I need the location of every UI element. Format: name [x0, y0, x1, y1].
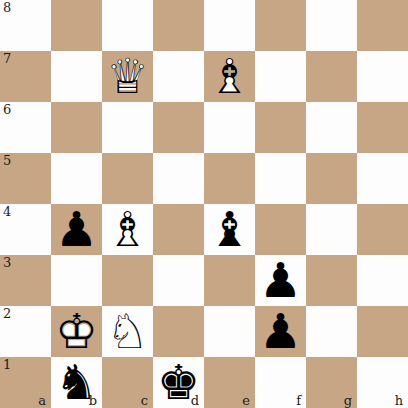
square-g3[interactable]	[306, 255, 357, 306]
square-c6[interactable]	[102, 102, 153, 153]
file-label-c: c	[141, 393, 148, 408]
square-b8[interactable]	[51, 0, 102, 51]
square-b6[interactable]	[51, 102, 102, 153]
square-a5[interactable]: 5	[0, 153, 51, 204]
chess-board: 87♛♕♝♗654♟♝♗♝3♟2♚♔♞♘♟1a♞bc♚defgh	[0, 0, 408, 408]
square-d8[interactable]	[153, 0, 204, 51]
rank-label-3: 3	[3, 255, 11, 270]
file-label-d: d	[191, 393, 199, 408]
square-d3[interactable]	[153, 255, 204, 306]
black-pawn-f3[interactable]: ♟	[255, 255, 306, 306]
square-g4[interactable]	[306, 204, 357, 255]
square-d4[interactable]	[153, 204, 204, 255]
square-a8[interactable]: 8	[0, 0, 51, 51]
square-h8[interactable]	[357, 0, 408, 51]
white-queen-glyph: ♕	[102, 51, 153, 102]
square-e2[interactable]	[204, 306, 255, 357]
square-e7[interactable]: ♝♗	[204, 51, 255, 102]
white-knight-c2[interactable]: ♞♘	[102, 306, 153, 357]
square-a2[interactable]: 2	[0, 306, 51, 357]
square-h1[interactable]: h	[357, 357, 408, 408]
square-g7[interactable]	[306, 51, 357, 102]
black-pawn-glyph: ♟	[51, 204, 102, 255]
rank-label-1: 1	[3, 357, 11, 372]
square-b3[interactable]	[51, 255, 102, 306]
file-label-h: h	[395, 393, 403, 408]
square-e3[interactable]	[204, 255, 255, 306]
black-pawn-b4[interactable]: ♟	[51, 204, 102, 255]
square-b4[interactable]: ♟	[51, 204, 102, 255]
square-a4[interactable]: 4	[0, 204, 51, 255]
square-b5[interactable]	[51, 153, 102, 204]
square-a3[interactable]: 3	[0, 255, 51, 306]
black-pawn-glyph: ♟	[255, 255, 306, 306]
square-g8[interactable]	[306, 0, 357, 51]
square-f2[interactable]: ♟	[255, 306, 306, 357]
black-pawn-f2[interactable]: ♟	[255, 306, 306, 357]
square-d1[interactable]: ♚d	[153, 357, 204, 408]
black-bishop-e4[interactable]: ♝	[204, 204, 255, 255]
square-e6[interactable]	[204, 102, 255, 153]
square-d2[interactable]	[153, 306, 204, 357]
square-f4[interactable]	[255, 204, 306, 255]
square-b2[interactable]: ♚♔	[51, 306, 102, 357]
square-g5[interactable]	[306, 153, 357, 204]
square-h4[interactable]	[357, 204, 408, 255]
rank-label-7: 7	[3, 51, 11, 66]
square-h2[interactable]	[357, 306, 408, 357]
rank-label-6: 6	[3, 102, 11, 117]
square-f7[interactable]	[255, 51, 306, 102]
square-e8[interactable]	[204, 0, 255, 51]
black-bishop-glyph: ♝	[204, 204, 255, 255]
black-pawn-glyph: ♟	[255, 306, 306, 357]
square-f1[interactable]: f	[255, 357, 306, 408]
square-c4[interactable]: ♝♗	[102, 204, 153, 255]
file-label-e: e	[242, 393, 250, 408]
square-c8[interactable]	[102, 0, 153, 51]
rank-label-2: 2	[3, 306, 11, 321]
square-h7[interactable]	[357, 51, 408, 102]
square-a6[interactable]: 6	[0, 102, 51, 153]
square-h5[interactable]	[357, 153, 408, 204]
square-a1[interactable]: 1a	[0, 357, 51, 408]
file-label-a: a	[38, 393, 46, 408]
white-king-b2[interactable]: ♚♔	[51, 306, 102, 357]
white-queen-c7[interactable]: ♛♕	[102, 51, 153, 102]
square-e4[interactable]: ♝	[204, 204, 255, 255]
square-f8[interactable]	[255, 0, 306, 51]
file-label-b: b	[89, 393, 97, 408]
rank-label-5: 5	[3, 153, 11, 168]
square-f3[interactable]: ♟	[255, 255, 306, 306]
square-c1[interactable]: c	[102, 357, 153, 408]
white-bishop-c4[interactable]: ♝♗	[102, 204, 153, 255]
square-e1[interactable]: e	[204, 357, 255, 408]
square-c5[interactable]	[102, 153, 153, 204]
square-h6[interactable]	[357, 102, 408, 153]
white-king-glyph: ♔	[51, 306, 102, 357]
square-b1[interactable]: ♞b	[51, 357, 102, 408]
white-bishop-e7[interactable]: ♝♗	[204, 51, 255, 102]
square-a7[interactable]: 7	[0, 51, 51, 102]
rank-label-4: 4	[3, 204, 11, 219]
rank-label-8: 8	[3, 0, 11, 15]
square-d5[interactable]	[153, 153, 204, 204]
square-c3[interactable]	[102, 255, 153, 306]
file-label-f: f	[296, 393, 301, 408]
square-b7[interactable]	[51, 51, 102, 102]
square-h3[interactable]	[357, 255, 408, 306]
square-f6[interactable]	[255, 102, 306, 153]
square-g2[interactable]	[306, 306, 357, 357]
square-d6[interactable]	[153, 102, 204, 153]
square-c2[interactable]: ♞♘	[102, 306, 153, 357]
square-g1[interactable]: g	[306, 357, 357, 408]
white-bishop-glyph: ♗	[204, 51, 255, 102]
square-g6[interactable]	[306, 102, 357, 153]
square-e5[interactable]	[204, 153, 255, 204]
white-bishop-glyph: ♗	[102, 204, 153, 255]
white-knight-glyph: ♘	[102, 306, 153, 357]
square-f5[interactable]	[255, 153, 306, 204]
square-d7[interactable]	[153, 51, 204, 102]
square-c7[interactable]: ♛♕	[102, 51, 153, 102]
file-label-g: g	[344, 393, 352, 408]
